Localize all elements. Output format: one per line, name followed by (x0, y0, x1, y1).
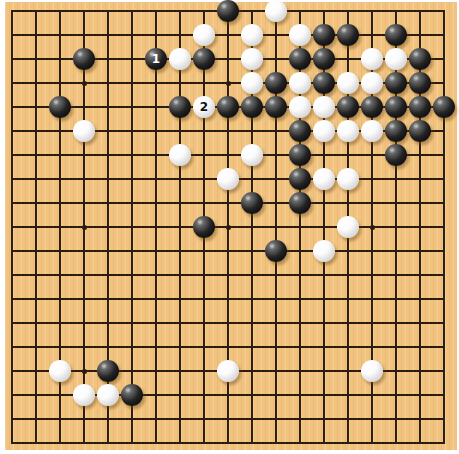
white-stone (169, 144, 191, 166)
black-stone (49, 96, 71, 118)
black-stone (337, 24, 359, 46)
white-stone (241, 24, 263, 46)
move-number-label: 2 (200, 101, 208, 113)
grid-line-horizontal (11, 250, 445, 252)
white-stone (313, 120, 335, 142)
grid-line-horizontal (11, 418, 445, 420)
move-number-label: 1 (152, 53, 160, 65)
black-stone (265, 96, 287, 118)
black-stone (289, 192, 311, 214)
white-stone (289, 72, 311, 94)
grid-line-vertical (443, 10, 445, 444)
black-stone (313, 72, 335, 94)
black-stone (265, 72, 287, 94)
go-app-window: 12 (0, 0, 459, 454)
white-stone (241, 144, 263, 166)
grid-line-horizontal (11, 322, 445, 324)
white-stone (217, 360, 239, 382)
grid-line-horizontal (11, 298, 445, 300)
black-stone (409, 72, 431, 94)
black-stone (385, 96, 407, 118)
white-stone (337, 120, 359, 142)
white-stone (361, 48, 383, 70)
black-stone (289, 168, 311, 190)
white-stone (289, 96, 311, 118)
white-stone (313, 96, 335, 118)
black-stone (241, 96, 263, 118)
white-stone (337, 72, 359, 94)
white-stone (241, 48, 263, 70)
black-stone (385, 120, 407, 142)
black-stone (289, 120, 311, 142)
black-stone (193, 48, 215, 70)
white-stone (97, 384, 119, 406)
white-stone (265, 0, 287, 22)
white-stone (361, 360, 383, 382)
white-stone (73, 384, 95, 406)
star-point (82, 225, 87, 230)
black-stone (193, 216, 215, 238)
white-stone (289, 24, 311, 46)
white-stone (217, 168, 239, 190)
black-stone (361, 96, 383, 118)
white-stone (193, 24, 215, 46)
white-stone (337, 168, 359, 190)
black-stone (217, 96, 239, 118)
black-stone (385, 144, 407, 166)
black-stone (409, 96, 431, 118)
grid-line-horizontal (11, 346, 445, 348)
grid-line-horizontal (11, 442, 445, 444)
white-stone (313, 168, 335, 190)
white-stone (241, 72, 263, 94)
black-stone (337, 96, 359, 118)
black-stone (385, 72, 407, 94)
black-stone (289, 144, 311, 166)
white-stone (361, 120, 383, 142)
black-stone (241, 192, 263, 214)
black-stone (289, 48, 311, 70)
white-stone (361, 72, 383, 94)
black-stone (265, 240, 287, 262)
white-stone (385, 48, 407, 70)
black-stone (409, 120, 431, 142)
star-point (226, 81, 231, 86)
grid-line-horizontal (11, 274, 445, 276)
go-board[interactable]: 12 (0, 0, 459, 454)
star-point (82, 369, 87, 374)
black-stone (121, 384, 143, 406)
black-stone (217, 0, 239, 22)
black-stone (409, 48, 431, 70)
black-stone (313, 24, 335, 46)
star-point (370, 225, 375, 230)
white-stone (73, 120, 95, 142)
white-stone (313, 240, 335, 262)
black-stone (169, 96, 191, 118)
black-stone (385, 24, 407, 46)
white-stone (49, 360, 71, 382)
star-point (82, 81, 87, 86)
white-stone (169, 48, 191, 70)
white-stone (337, 216, 359, 238)
black-stone (73, 48, 95, 70)
black-stone (97, 360, 119, 382)
white-stone: 2 (193, 96, 215, 118)
black-stone (313, 48, 335, 70)
black-stone (433, 96, 455, 118)
star-point (226, 225, 231, 230)
black-stone: 1 (145, 48, 167, 70)
